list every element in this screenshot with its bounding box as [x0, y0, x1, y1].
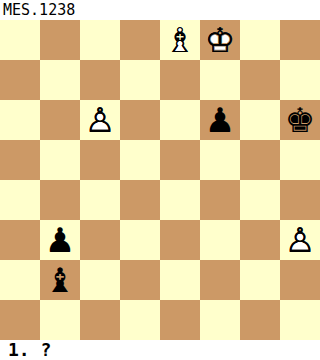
square-a1[interactable]: [0, 300, 40, 340]
square-g2[interactable]: [240, 260, 280, 300]
square-d7[interactable]: [120, 60, 160, 100]
white-bishop-icon: ♗: [165, 20, 195, 60]
square-c6[interactable]: ♙: [80, 100, 120, 140]
chess-puzzle-page: MES.1238 ♗♔♙♟♚♟♙♝ 1. ?: [0, 0, 320, 360]
square-a7[interactable]: [0, 60, 40, 100]
square-g6[interactable]: [240, 100, 280, 140]
square-a2[interactable]: [0, 260, 40, 300]
square-f4[interactable]: [200, 180, 240, 220]
square-b6[interactable]: [40, 100, 80, 140]
square-a8[interactable]: [0, 20, 40, 60]
square-f8[interactable]: ♔: [200, 20, 240, 60]
square-b4[interactable]: [40, 180, 80, 220]
square-b5[interactable]: [40, 140, 80, 180]
square-c5[interactable]: [80, 140, 120, 180]
square-e8[interactable]: ♗: [160, 20, 200, 60]
square-b2[interactable]: ♝: [40, 260, 80, 300]
square-d8[interactable]: [120, 20, 160, 60]
square-a6[interactable]: [0, 100, 40, 140]
square-e5[interactable]: [160, 140, 200, 180]
square-h6[interactable]: ♚: [280, 100, 320, 140]
square-b3[interactable]: ♟: [40, 220, 80, 260]
square-h4[interactable]: [280, 180, 320, 220]
black-king-icon: ♚: [285, 100, 315, 140]
square-f7[interactable]: [200, 60, 240, 100]
square-c3[interactable]: [80, 220, 120, 260]
square-c2[interactable]: [80, 260, 120, 300]
square-f1[interactable]: [200, 300, 240, 340]
square-d5[interactable]: [120, 140, 160, 180]
square-g4[interactable]: [240, 180, 280, 220]
square-a3[interactable]: [0, 220, 40, 260]
square-f2[interactable]: [200, 260, 240, 300]
square-g1[interactable]: [240, 300, 280, 340]
square-f6[interactable]: ♟: [200, 100, 240, 140]
square-h2[interactable]: [280, 260, 320, 300]
square-c4[interactable]: [80, 180, 120, 220]
square-h8[interactable]: [280, 20, 320, 60]
square-b1[interactable]: [40, 300, 80, 340]
square-e2[interactable]: [160, 260, 200, 300]
square-g7[interactable]: [240, 60, 280, 100]
square-d6[interactable]: [120, 100, 160, 140]
puzzle-title: MES.1238: [0, 0, 320, 20]
square-b8[interactable]: [40, 20, 80, 60]
square-h3[interactable]: ♙: [280, 220, 320, 260]
black-pawn-icon: ♟: [45, 220, 75, 260]
white-king-icon: ♔: [205, 20, 235, 60]
square-h1[interactable]: [280, 300, 320, 340]
move-prompt: 1. ?: [0, 340, 320, 360]
square-a4[interactable]: [0, 180, 40, 220]
square-e3[interactable]: [160, 220, 200, 260]
square-a5[interactable]: [0, 140, 40, 180]
square-g3[interactable]: [240, 220, 280, 260]
black-bishop-icon: ♝: [45, 260, 75, 300]
square-f3[interactable]: [200, 220, 240, 260]
square-d2[interactable]: [120, 260, 160, 300]
square-e6[interactable]: [160, 100, 200, 140]
square-c8[interactable]: [80, 20, 120, 60]
square-e7[interactable]: [160, 60, 200, 100]
chess-board: ♗♔♙♟♚♟♙♝: [0, 20, 320, 340]
square-e1[interactable]: [160, 300, 200, 340]
black-pawn-icon: ♟: [205, 100, 235, 140]
square-h7[interactable]: [280, 60, 320, 100]
square-c7[interactable]: [80, 60, 120, 100]
square-h5[interactable]: [280, 140, 320, 180]
white-pawn-icon: ♙: [285, 220, 315, 260]
square-b7[interactable]: [40, 60, 80, 100]
square-e4[interactable]: [160, 180, 200, 220]
square-d4[interactable]: [120, 180, 160, 220]
square-d3[interactable]: [120, 220, 160, 260]
square-g5[interactable]: [240, 140, 280, 180]
square-g8[interactable]: [240, 20, 280, 60]
white-pawn-icon: ♙: [85, 100, 115, 140]
square-d1[interactable]: [120, 300, 160, 340]
square-c1[interactable]: [80, 300, 120, 340]
square-f5[interactable]: [200, 140, 240, 180]
